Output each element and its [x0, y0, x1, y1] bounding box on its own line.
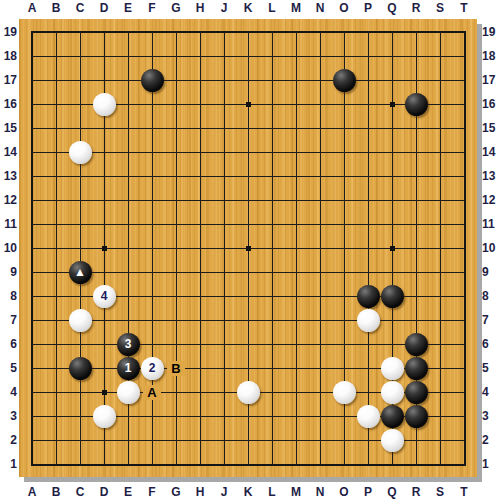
- coord-label-right: 2: [482, 433, 499, 447]
- coord-label-bottom: B: [47, 485, 65, 499]
- coord-label-right: 19: [482, 25, 499, 39]
- star-point: [390, 102, 395, 107]
- coord-label-right: 14: [482, 145, 499, 159]
- coord-label-bottom: H: [191, 485, 209, 499]
- black-stone: [141, 69, 164, 92]
- coord-label-top: D: [95, 1, 113, 15]
- white-stone: [93, 93, 116, 116]
- black-stone: [69, 357, 92, 380]
- coord-label-top: J: [215, 1, 233, 15]
- grid-line-horizontal: [32, 272, 464, 273]
- black-stone: [381, 405, 404, 428]
- coord-label-top: H: [191, 1, 209, 15]
- coord-label-left: 13: [0, 169, 17, 183]
- black-stone: [357, 285, 380, 308]
- star-point: [246, 246, 251, 251]
- grid-line-vertical: [320, 32, 321, 464]
- coord-label-left: 3: [0, 409, 17, 423]
- coord-label-left: 4: [0, 385, 17, 399]
- white-stone: [333, 381, 356, 404]
- coord-label-left: 11: [0, 217, 17, 231]
- go-board[interactable]: ▲3142AB: [19, 19, 477, 477]
- move-number: 4: [101, 290, 108, 302]
- white-stone: 2: [141, 357, 164, 380]
- white-stone: [381, 357, 404, 380]
- coord-label-left: 18: [0, 49, 17, 63]
- black-stone: [381, 285, 404, 308]
- coord-label-left: 9: [0, 265, 17, 279]
- coord-label-left: 5: [0, 361, 17, 375]
- white-stone: [381, 381, 404, 404]
- black-stone: [405, 405, 428, 428]
- coord-label-bottom: P: [359, 485, 377, 499]
- move-number: 2: [149, 362, 156, 374]
- black-stone: [405, 333, 428, 356]
- coord-label-right: 3: [482, 409, 499, 423]
- white-stone: [357, 309, 380, 332]
- grid-line-vertical: [368, 32, 369, 464]
- coord-label-top: Q: [383, 1, 401, 15]
- coord-label-top: O: [335, 1, 353, 15]
- coord-label-bottom: R: [407, 485, 425, 499]
- white-stone: [69, 141, 92, 164]
- coord-label-right: 17: [482, 73, 499, 87]
- triangle-mark-icon: ▲: [74, 266, 86, 278]
- grid-line-vertical: [440, 32, 441, 464]
- coord-label-right: 8: [482, 289, 499, 303]
- grid-line-horizontal: [32, 344, 464, 345]
- coord-label-right: 13: [482, 169, 499, 183]
- white-stone: [69, 309, 92, 332]
- coord-label-left: 12: [0, 193, 17, 207]
- coord-label-bottom: O: [335, 485, 353, 499]
- white-stone: [357, 405, 380, 428]
- white-stone: [93, 405, 116, 428]
- coord-label-top: E: [119, 1, 137, 15]
- coord-label-top: A: [23, 1, 41, 15]
- coord-label-left: 19: [0, 25, 17, 39]
- coord-label-bottom: E: [119, 485, 137, 499]
- white-stone: [117, 381, 140, 404]
- coord-label-right: 16: [482, 97, 499, 111]
- coord-label-bottom: C: [71, 485, 89, 499]
- coord-label-bottom: A: [23, 485, 41, 499]
- coord-label-top: P: [359, 1, 377, 15]
- star-point: [246, 102, 251, 107]
- coord-label-bottom: F: [143, 485, 161, 499]
- go-diagram: ▲3142AB AABBCCDDEEFFGGHHJJKKLLMMNNOOPPQQ…: [0, 0, 500, 500]
- point-label-b: B: [167, 361, 185, 376]
- white-stone: [237, 381, 260, 404]
- coord-label-top: R: [407, 1, 425, 15]
- coord-label-right: 18: [482, 49, 499, 63]
- coord-label-bottom: N: [311, 485, 329, 499]
- coord-label-top: S: [431, 1, 449, 15]
- coord-label-right: 6: [482, 337, 499, 351]
- coord-label-bottom: D: [95, 485, 113, 499]
- grid-line-vertical: [272, 32, 273, 464]
- black-stone: 3: [117, 333, 140, 356]
- coord-label-right: 11: [482, 217, 499, 231]
- coord-label-top: B: [47, 1, 65, 15]
- coord-label-top: C: [71, 1, 89, 15]
- coord-label-right: 5: [482, 361, 499, 375]
- black-stone: [405, 357, 428, 380]
- coord-label-left: 6: [0, 337, 17, 351]
- black-stone: ▲: [69, 261, 92, 284]
- star-point: [390, 246, 395, 251]
- coord-label-left: 17: [0, 73, 17, 87]
- coord-label-top: G: [167, 1, 185, 15]
- coord-label-top: T: [455, 1, 473, 15]
- white-stone: [381, 429, 404, 452]
- move-number: 3: [125, 338, 132, 350]
- coord-label-top: M: [287, 1, 305, 15]
- coord-label-right: 12: [482, 193, 499, 207]
- coord-label-left: 14: [0, 145, 17, 159]
- coord-label-right: 9: [482, 265, 499, 279]
- coord-label-bottom: K: [239, 485, 257, 499]
- black-stone: [405, 93, 428, 116]
- grid-line-vertical: [296, 32, 297, 464]
- star-point: [102, 246, 107, 251]
- coord-label-right: 15: [482, 121, 499, 135]
- coord-label-top: N: [311, 1, 329, 15]
- black-stone: 1: [117, 357, 140, 380]
- coord-label-left: 10: [0, 241, 17, 255]
- coord-label-right: 7: [482, 313, 499, 327]
- black-stone: [333, 69, 356, 92]
- coord-label-bottom: S: [431, 485, 449, 499]
- coord-label-top: L: [263, 1, 281, 15]
- coord-label-top: F: [143, 1, 161, 15]
- coord-label-right: 1: [482, 457, 499, 471]
- star-point: [102, 390, 107, 395]
- move-number: 1: [125, 362, 132, 374]
- coord-label-bottom: M: [287, 485, 305, 499]
- white-stone: 4: [93, 285, 116, 308]
- coord-label-bottom: J: [215, 485, 233, 499]
- coord-label-right: 10: [482, 241, 499, 255]
- coord-label-left: 1: [0, 457, 17, 471]
- coord-label-left: 15: [0, 121, 17, 135]
- coord-label-top: K: [239, 1, 257, 15]
- coord-label-left: 7: [0, 313, 17, 327]
- coord-label-bottom: G: [167, 485, 185, 499]
- grid-line-horizontal: [32, 320, 464, 321]
- coord-label-bottom: T: [455, 485, 473, 499]
- point-label-a: A: [143, 385, 161, 400]
- coord-label-left: 16: [0, 97, 17, 111]
- black-stone: [405, 381, 428, 404]
- coord-label-left: 8: [0, 289, 17, 303]
- coord-label-right: 4: [482, 385, 499, 399]
- coord-label-bottom: L: [263, 485, 281, 499]
- coord-label-left: 2: [0, 433, 17, 447]
- coord-label-bottom: Q: [383, 485, 401, 499]
